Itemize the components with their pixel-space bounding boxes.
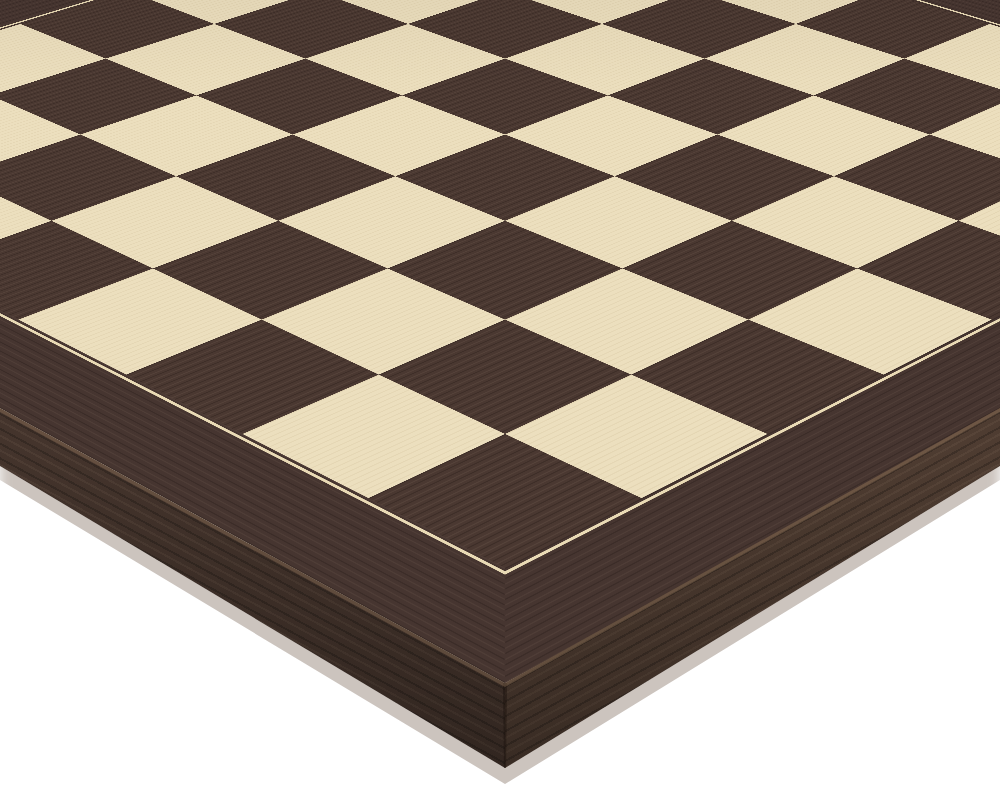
product-photo-scene (0, 0, 1000, 800)
chessboard (0, 0, 1000, 683)
